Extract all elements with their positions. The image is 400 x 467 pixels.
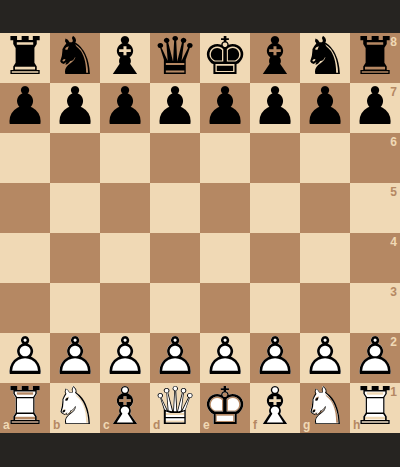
square-f5[interactable]: [250, 183, 300, 233]
square-a5[interactable]: [0, 183, 50, 233]
chess-board: ♜︎♞︎♝︎♛︎♚︎♝︎♞︎8♜︎♟︎♟︎♟︎♟︎♟︎♟︎♟︎7♟︎6543♟︎…: [0, 33, 400, 433]
square-c6[interactable]: [100, 133, 150, 183]
square-d1[interactable]: d♛︎♕︎: [150, 383, 200, 433]
piece-glyph: ♟︎: [2, 81, 49, 131]
piece-glyph: ♟︎: [102, 81, 149, 131]
square-g7[interactable]: ♟︎: [300, 83, 350, 133]
square-e4[interactable]: [200, 233, 250, 283]
square-c1[interactable]: c♝︎♗︎: [100, 383, 150, 433]
black-pawn[interactable]: ♟︎: [0, 83, 50, 133]
piece-glyph: ♟︎: [252, 81, 299, 131]
square-g4[interactable]: [300, 233, 350, 283]
rank-label-5: 5: [390, 186, 397, 198]
black-pawn[interactable]: ♟︎: [150, 83, 200, 133]
black-pawn[interactable]: ♟︎: [300, 83, 350, 133]
square-d6[interactable]: [150, 133, 200, 183]
square-c4[interactable]: [100, 233, 150, 283]
black-pawn[interactable]: ♟︎: [200, 83, 250, 133]
square-c7[interactable]: ♟︎: [100, 83, 150, 133]
piece-glyph: ♝︎: [252, 31, 299, 81]
file-label-c: c: [103, 419, 110, 431]
square-g1[interactable]: g♞︎♘︎: [300, 383, 350, 433]
square-a6[interactable]: [0, 133, 50, 183]
piece-outline-glyph: ♗︎: [252, 381, 299, 431]
piece-outline-glyph: ♙︎: [102, 331, 149, 381]
square-a1[interactable]: a♜︎♖︎: [0, 383, 50, 433]
piece-outline-glyph: ♙︎: [152, 331, 199, 381]
rank-label-2: 2: [390, 336, 397, 348]
square-e1[interactable]: e♚︎♔︎: [200, 383, 250, 433]
piece-outline-glyph: ♙︎: [2, 331, 49, 381]
square-e6[interactable]: [200, 133, 250, 183]
bottom-bar: [0, 433, 400, 467]
piece-outline-glyph: ♙︎: [302, 331, 349, 381]
white-bishop[interactable]: ♝︎♗︎: [250, 383, 300, 433]
file-label-g: g: [303, 419, 310, 431]
piece-glyph: ♚︎: [202, 31, 249, 81]
square-e7[interactable]: ♟︎: [200, 83, 250, 133]
square-b1[interactable]: b♞︎♘︎: [50, 383, 100, 433]
square-a7[interactable]: ♟︎: [0, 83, 50, 133]
piece-glyph: ♟︎: [302, 81, 349, 131]
rank-label-3: 3: [390, 286, 397, 298]
rank-label-1: 1: [390, 386, 397, 398]
piece-outline-glyph: ♙︎: [52, 331, 99, 381]
black-pawn[interactable]: ♟︎: [50, 83, 100, 133]
file-label-d: d: [153, 419, 160, 431]
piece-glyph: ♟︎: [152, 81, 199, 131]
square-c5[interactable]: [100, 183, 150, 233]
square-b5[interactable]: [50, 183, 100, 233]
piece-glyph: ♟︎: [52, 81, 99, 131]
rank-label-6: 6: [390, 136, 397, 148]
rank-label-8: 8: [390, 36, 397, 48]
rank-label-7: 7: [390, 86, 397, 98]
black-pawn[interactable]: ♟︎: [100, 83, 150, 133]
black-pawn[interactable]: ♟︎: [250, 83, 300, 133]
square-h1[interactable]: 1h♜︎♖︎: [350, 383, 400, 433]
file-label-a: a: [3, 419, 10, 431]
square-b7[interactable]: ♟︎: [50, 83, 100, 133]
square-e5[interactable]: [200, 183, 250, 233]
file-label-f: f: [253, 419, 257, 431]
square-f7[interactable]: ♟︎: [250, 83, 300, 133]
square-d4[interactable]: [150, 233, 200, 283]
piece-glyph: ♞︎: [302, 31, 349, 81]
square-d5[interactable]: [150, 183, 200, 233]
square-f4[interactable]: [250, 233, 300, 283]
square-d7[interactable]: ♟︎: [150, 83, 200, 133]
piece-outline-glyph: ♙︎: [202, 331, 249, 381]
square-b6[interactable]: [50, 133, 100, 183]
piece-outline-glyph: ♙︎: [252, 331, 299, 381]
file-label-b: b: [53, 419, 60, 431]
square-g5[interactable]: [300, 183, 350, 233]
piece-glyph: ♞︎: [52, 31, 99, 81]
square-h5[interactable]: 5: [350, 183, 400, 233]
rank-label-4: 4: [390, 236, 397, 248]
file-label-e: e: [203, 419, 210, 431]
square-f6[interactable]: [250, 133, 300, 183]
piece-glyph: ♝︎: [102, 31, 149, 81]
square-b4[interactable]: [50, 233, 100, 283]
piece-glyph: ♟︎: [202, 81, 249, 131]
square-h4[interactable]: 4: [350, 233, 400, 283]
square-h7[interactable]: 7♟︎: [350, 83, 400, 133]
square-g6[interactable]: [300, 133, 350, 183]
square-h6[interactable]: 6: [350, 133, 400, 183]
piece-glyph: ♜︎: [2, 31, 49, 81]
file-label-h: h: [353, 419, 360, 431]
square-f1[interactable]: f♝︎♗︎: [250, 383, 300, 433]
piece-glyph: ♛︎: [152, 31, 199, 81]
square-a4[interactable]: [0, 233, 50, 283]
